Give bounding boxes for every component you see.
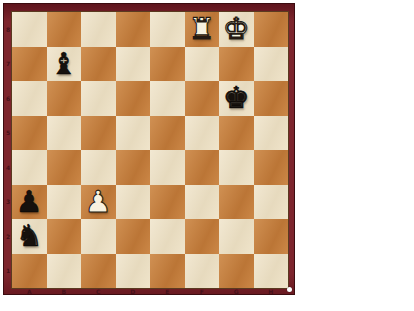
square-g4[interactable] bbox=[219, 150, 254, 185]
file-label-a: A bbox=[12, 287, 47, 296]
page: 87654321 ♜♚♝♚♟♟♞ ABCDEFGH bbox=[0, 0, 414, 311]
square-f3[interactable] bbox=[185, 185, 220, 220]
square-b3[interactable] bbox=[47, 185, 82, 220]
square-e1[interactable] bbox=[150, 254, 185, 289]
square-a4[interactable] bbox=[12, 150, 47, 185]
square-f4[interactable] bbox=[185, 150, 220, 185]
square-a7[interactable] bbox=[12, 47, 47, 82]
square-h4[interactable] bbox=[254, 150, 289, 185]
square-f2[interactable] bbox=[185, 219, 220, 254]
square-c5[interactable] bbox=[81, 116, 116, 151]
file-label-g: G bbox=[219, 287, 254, 296]
square-f8[interactable]: ♜ bbox=[185, 12, 220, 47]
square-h2[interactable] bbox=[254, 219, 289, 254]
square-b6[interactable] bbox=[47, 81, 82, 116]
square-c2[interactable] bbox=[81, 219, 116, 254]
square-f7[interactable] bbox=[185, 47, 220, 82]
square-b2[interactable] bbox=[47, 219, 82, 254]
rank-label-7: 7 bbox=[4, 47, 12, 82]
square-f5[interactable] bbox=[185, 116, 220, 151]
square-b7[interactable]: ♝ bbox=[47, 47, 82, 82]
chess-board: 87654321 ♜♚♝♚♟♟♞ ABCDEFGH bbox=[3, 3, 295, 295]
white-king-g8[interactable]: ♚ bbox=[219, 12, 254, 47]
square-g1[interactable] bbox=[219, 254, 254, 289]
square-b1[interactable] bbox=[47, 254, 82, 289]
square-f1[interactable] bbox=[185, 254, 220, 289]
square-c1[interactable] bbox=[81, 254, 116, 289]
square-g5[interactable] bbox=[219, 116, 254, 151]
square-g3[interactable] bbox=[219, 185, 254, 220]
square-h1[interactable] bbox=[254, 254, 289, 289]
rank-label-3: 3 bbox=[4, 185, 12, 220]
square-e6[interactable] bbox=[150, 81, 185, 116]
square-d8[interactable] bbox=[116, 12, 151, 47]
square-d7[interactable] bbox=[116, 47, 151, 82]
square-h8[interactable] bbox=[254, 12, 289, 47]
board-grid: ♜♚♝♚♟♟♞ bbox=[12, 12, 288, 288]
square-a6[interactable] bbox=[12, 81, 47, 116]
file-label-d: D bbox=[116, 287, 151, 296]
file-label-f: F bbox=[185, 287, 220, 296]
square-g6[interactable]: ♚ bbox=[219, 81, 254, 116]
square-b4[interactable] bbox=[47, 150, 82, 185]
square-c4[interactable] bbox=[81, 150, 116, 185]
square-d3[interactable] bbox=[116, 185, 151, 220]
square-e8[interactable] bbox=[150, 12, 185, 47]
square-h6[interactable] bbox=[254, 81, 289, 116]
square-e7[interactable] bbox=[150, 47, 185, 82]
file-label-e: E bbox=[150, 287, 185, 296]
white-pawn-c3[interactable]: ♟ bbox=[81, 185, 116, 220]
square-c8[interactable] bbox=[81, 12, 116, 47]
square-g7[interactable] bbox=[219, 47, 254, 82]
square-a3[interactable]: ♟ bbox=[12, 185, 47, 220]
square-c3[interactable]: ♟ bbox=[81, 185, 116, 220]
square-h5[interactable] bbox=[254, 116, 289, 151]
rank-label-8: 8 bbox=[4, 12, 12, 47]
square-e2[interactable] bbox=[150, 219, 185, 254]
rank-label-1: 1 bbox=[4, 254, 12, 289]
rank-label-5: 5 bbox=[4, 116, 12, 151]
square-h7[interactable] bbox=[254, 47, 289, 82]
file-label-b: B bbox=[47, 287, 82, 296]
file-label-h: H bbox=[254, 287, 289, 296]
square-f6[interactable] bbox=[185, 81, 220, 116]
square-d2[interactable] bbox=[116, 219, 151, 254]
square-d5[interactable] bbox=[116, 116, 151, 151]
black-king-g6[interactable]: ♚ bbox=[219, 81, 254, 116]
square-g8[interactable]: ♚ bbox=[219, 12, 254, 47]
square-c6[interactable] bbox=[81, 81, 116, 116]
white-to-move-indicator bbox=[287, 287, 292, 292]
rank-label-2: 2 bbox=[4, 219, 12, 254]
square-a2[interactable]: ♞ bbox=[12, 219, 47, 254]
square-a5[interactable] bbox=[12, 116, 47, 151]
square-e5[interactable] bbox=[150, 116, 185, 151]
square-h3[interactable] bbox=[254, 185, 289, 220]
black-pawn-a3[interactable]: ♟ bbox=[12, 185, 47, 220]
square-b8[interactable] bbox=[47, 12, 82, 47]
black-bishop-b7[interactable]: ♝ bbox=[47, 47, 82, 82]
square-d4[interactable] bbox=[116, 150, 151, 185]
square-e3[interactable] bbox=[150, 185, 185, 220]
square-d1[interactable] bbox=[116, 254, 151, 289]
rank-labels: 87654321 bbox=[4, 12, 12, 288]
file-labels: ABCDEFGH bbox=[12, 287, 288, 296]
square-d6[interactable] bbox=[116, 81, 151, 116]
white-rook-f8[interactable]: ♜ bbox=[185, 12, 220, 47]
square-g2[interactable] bbox=[219, 219, 254, 254]
square-a1[interactable] bbox=[12, 254, 47, 289]
file-label-c: C bbox=[81, 287, 116, 296]
black-knight-a2[interactable]: ♞ bbox=[12, 219, 47, 254]
rank-label-6: 6 bbox=[4, 81, 12, 116]
square-b5[interactable] bbox=[47, 116, 82, 151]
rank-label-4: 4 bbox=[4, 150, 12, 185]
square-a8[interactable] bbox=[12, 12, 47, 47]
square-e4[interactable] bbox=[150, 150, 185, 185]
square-c7[interactable] bbox=[81, 47, 116, 82]
